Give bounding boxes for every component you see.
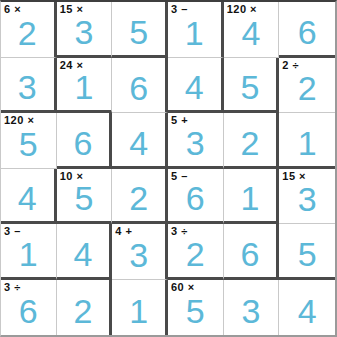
- cage-clue: 3 –: [4, 225, 21, 238]
- cell-value: 6: [241, 237, 260, 271]
- cell-value: 2: [241, 126, 260, 160]
- cell-value: 5: [241, 70, 260, 104]
- cell-r6c4[interactable]: 60 ×5: [168, 280, 224, 336]
- cell-r4c6[interactable]: 15 ×3: [279, 169, 335, 225]
- cell-r4c4[interactable]: 5 –6: [168, 169, 224, 225]
- cell-r3c5[interactable]: 2: [224, 113, 280, 169]
- cell-r2c1[interactable]: 3: [1, 58, 57, 114]
- cell-value: 3: [242, 294, 261, 328]
- cell-r1c2[interactable]: 15 ×3: [57, 2, 113, 58]
- cell-r1c6[interactable]: 6: [279, 2, 335, 58]
- cell-r3c1[interactable]: 120 ×5: [1, 113, 57, 169]
- cage-clue: 120 ×: [4, 114, 34, 127]
- cage-clue: 60 ×: [171, 281, 195, 294]
- cell-r4c2[interactable]: 10 ×5: [57, 169, 113, 225]
- cell-r6c1[interactable]: 3 ÷6: [1, 280, 57, 336]
- cell-value: 6: [74, 126, 93, 160]
- cell-r4c5[interactable]: 1: [224, 169, 280, 225]
- cell-r6c2[interactable]: 2: [57, 280, 113, 336]
- cell-value: 4: [74, 237, 93, 271]
- cell-r3c2[interactable]: 6: [57, 113, 113, 169]
- cell-value: 6: [19, 294, 38, 328]
- cell-r6c6[interactable]: 4: [279, 280, 335, 336]
- cell-r3c3[interactable]: 4: [112, 113, 168, 169]
- cell-r2c3[interactable]: 6: [112, 58, 168, 114]
- cell-value: 3: [18, 70, 37, 104]
- cell-value: 4: [185, 70, 204, 104]
- cell-value: 6: [129, 71, 148, 105]
- cell-r5c6[interactable]: 5: [279, 224, 335, 280]
- cage-clue: 2 ÷: [282, 59, 299, 72]
- cell-r5c3[interactable]: 4 +3: [112, 224, 168, 280]
- cell-value: 3: [129, 238, 148, 272]
- cell-value: 5: [186, 294, 205, 328]
- cell-r5c1[interactable]: 3 –1: [1, 224, 57, 280]
- cell-r5c2[interactable]: 4: [57, 224, 113, 280]
- cage-clue: 3 ÷: [4, 281, 21, 294]
- cell-value: 4: [129, 126, 148, 160]
- cage-clue: 5 –: [171, 170, 188, 183]
- cell-r2c4[interactable]: 4: [168, 58, 224, 114]
- cell-value: 4: [242, 16, 261, 50]
- cage-clue: 15 ×: [282, 170, 306, 183]
- cell-r2c2[interactable]: 24 ×1: [57, 58, 113, 114]
- cell-r4c1[interactable]: 4: [1, 169, 57, 225]
- cell-value: 5: [19, 127, 38, 161]
- cell-value: 2: [74, 294, 93, 328]
- cell-value: 2: [298, 71, 317, 105]
- cell-r2c6[interactable]: 2 ÷2: [279, 58, 335, 114]
- cell-value: 1: [241, 181, 260, 215]
- cell-r1c3[interactable]: 5: [112, 2, 168, 58]
- cell-value: 4: [18, 181, 37, 215]
- cell-r4c3[interactable]: 2: [112, 169, 168, 225]
- cell-r3c6[interactable]: 1: [279, 113, 335, 169]
- cell-r5c4[interactable]: 3 ÷2: [168, 224, 224, 280]
- cage-clue: 3 –: [171, 3, 188, 16]
- cage-clue: 10 ×: [60, 170, 84, 183]
- kenken-board: 6 ×215 ×353 –1120 ×46324 ×16452 ÷2120 ×5…: [0, 0, 337, 337]
- cell-r2c5[interactable]: 5: [224, 58, 280, 114]
- cell-value: 6: [298, 15, 317, 49]
- cage-clue: 15 ×: [60, 3, 84, 16]
- cell-value: 4: [298, 294, 317, 328]
- cell-value: 1: [75, 70, 94, 104]
- cage-clue: 6 ×: [4, 3, 21, 16]
- cage-clue: 24 ×: [60, 59, 84, 72]
- cell-value: 2: [18, 16, 37, 50]
- cell-r5c5[interactable]: 6: [224, 224, 280, 280]
- cell-r6c5[interactable]: 3: [224, 280, 280, 336]
- cell-value: 1: [129, 294, 148, 328]
- cage-clue: 3 ÷: [171, 225, 188, 238]
- cell-value: 2: [186, 237, 205, 271]
- cell-value: 1: [185, 16, 204, 50]
- cage-clue: 4 +: [115, 225, 132, 238]
- cell-r6c3[interactable]: 1: [112, 280, 168, 336]
- cell-value: 5: [75, 181, 94, 215]
- cell-r3c4[interactable]: 5 +3: [168, 113, 224, 169]
- cell-value: 3: [186, 126, 205, 160]
- cell-value: 3: [75, 15, 94, 49]
- cell-value: 5: [298, 237, 317, 271]
- cell-value: 6: [186, 181, 205, 215]
- cell-value: 5: [129, 15, 148, 49]
- cell-r1c1[interactable]: 6 ×2: [1, 2, 57, 58]
- cell-value: 3: [298, 182, 317, 216]
- cell-r1c5[interactable]: 120 ×4: [224, 2, 280, 58]
- cell-value: 2: [129, 181, 148, 215]
- cell-value: 1: [298, 126, 317, 160]
- cage-clue: 120 ×: [227, 3, 257, 16]
- cell-value: 1: [19, 237, 38, 271]
- cell-r1c4[interactable]: 3 –1: [168, 2, 224, 58]
- cage-clue: 5 +: [171, 114, 188, 127]
